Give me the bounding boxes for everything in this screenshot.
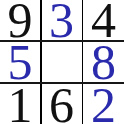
- sudoku-cell-r3c3[interactable]: 2: [83, 85, 124, 124]
- sudoku-board: 9 3 4 5 8 1 6 2: [0, 0, 124, 124]
- sudoku-cell-r3c1[interactable]: 1: [0, 85, 40, 124]
- sudoku-cell-r2c3[interactable]: 8: [83, 42, 124, 82]
- sudoku-cell-r3c2[interactable]: 6: [42, 85, 82, 124]
- sudoku-cell-r1c2[interactable]: 3: [42, 0, 82, 40]
- sudoku-cell-r2c1[interactable]: 5: [0, 42, 40, 82]
- sudoku-cell-r2c2-empty[interactable]: [42, 42, 82, 82]
